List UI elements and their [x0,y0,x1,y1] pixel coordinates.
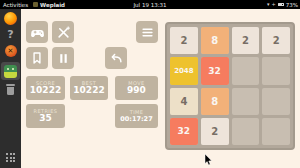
board-cell: 8 [201,27,229,54]
tile-32: 32 [201,57,229,84]
board-cell: 2 [201,118,229,145]
tile-8: 8 [201,27,229,54]
system-status-area[interactable]: ▾ + 73% [267,0,298,9]
tile-2: 2 [232,27,260,54]
active-app-highlight [1,62,20,80]
tile-32: 32 [170,118,198,145]
question-mark-icon: ? [5,29,16,40]
bookmark-button[interactable] [26,47,48,69]
board-cell: 2 [232,27,260,54]
bookmark-icon [30,51,44,65]
board-cell-empty [232,118,260,145]
best-value: 10222 [73,86,104,96]
triangle-down-icon: ▾ [267,2,270,7]
board-cell: 2 [170,27,198,54]
board-cell-empty [232,57,260,84]
board-cell: 8 [201,88,229,115]
trash-icon [6,84,16,95]
hamburger-icon [141,26,154,39]
mouse-cursor [204,154,213,166]
tile-2: 2 [262,27,290,54]
board-cell: 2 [262,27,290,54]
board-cell-empty [232,88,260,115]
plus-icon: + [272,2,276,7]
dock-item-unknown-app[interactable]: ? [0,29,21,40]
board[interactable]: 282220483248322 [165,22,295,150]
retries-panel: RETRIES 35 [26,104,65,128]
time-value: 00:17:27 [120,116,152,123]
top-bar: Activities Weplaid Jul 19 13:31 ▾ + 73% [0,0,300,9]
tile-4: 4 [170,88,198,115]
board-cell: 4 [170,88,198,115]
move-value: 990 [127,86,146,96]
pause-button[interactable] [52,47,74,69]
hint-button[interactable] [52,21,74,43]
retries-value: 35 [39,114,52,124]
dock-item-firefox[interactable] [0,12,21,25]
board-cell-empty [262,57,290,84]
magic-wand-icon [56,25,71,40]
dock-item-bomb-game[interactable]: ✕ [0,45,21,57]
firefox-icon [4,12,17,25]
score-value: 10222 [30,86,61,96]
apps-grid-icon [6,153,15,162]
score-panel: SCORE 10222 [26,76,65,100]
clock[interactable]: Jul 19 13:31 [0,2,300,8]
battery-percentage: 73% [286,2,298,8]
tile-2048: 2048 [170,57,198,84]
tile-8: 8 [201,88,229,115]
tile-2: 2 [201,118,229,145]
bomb-game-icon: ✕ [5,45,17,57]
undo-arrow-icon [109,51,124,66]
pause-icon [57,52,70,65]
gamepad-icon [30,25,45,40]
undo-button[interactable] [105,47,127,69]
time-panel: TIME 00:17:27 [115,104,158,128]
board-cell: 2048 [170,57,198,84]
board-cell-empty [262,88,290,115]
dock-item-2048-active[interactable] [0,62,21,80]
move-panel: MOVE 990 [115,76,158,100]
board-cell-empty [262,118,290,145]
menu-button[interactable] [136,21,158,43]
board-cell: 32 [201,57,229,84]
new-game-button[interactable] [26,21,48,43]
best-panel: BEST 10222 [70,76,108,100]
tile-2: 2 [170,27,198,54]
battery-icon [278,3,284,7]
show-applications-button[interactable] [0,153,21,162]
dock-item-trash[interactable] [0,84,21,95]
2048-app-icon [4,65,17,78]
dock: ? ✕ [0,9,21,168]
board-cell: 32 [170,118,198,145]
